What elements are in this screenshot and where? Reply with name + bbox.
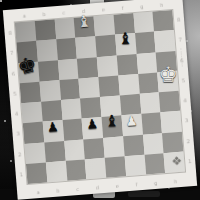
coordinate-label: 7 bbox=[10, 50, 14, 56]
coordinate-label: 6 bbox=[11, 70, 15, 76]
square-b7 bbox=[36, 40, 57, 62]
square-f2 bbox=[123, 134, 144, 156]
square-a1 bbox=[26, 162, 47, 184]
square-c7 bbox=[56, 38, 77, 60]
square-a8 bbox=[15, 21, 36, 43]
square-g8 bbox=[133, 12, 154, 34]
square-f1 bbox=[124, 154, 145, 176]
square-e6 bbox=[97, 55, 118, 77]
square-h5 bbox=[157, 71, 178, 93]
square-f6 bbox=[116, 54, 137, 76]
coordinate-label: f bbox=[135, 181, 137, 187]
square-c5 bbox=[59, 78, 80, 100]
photo-frame: abcdefgh abcdefgh 87654321 87654321 ····… bbox=[0, 0, 200, 200]
square-e5 bbox=[98, 75, 119, 97]
square-a4 bbox=[21, 102, 42, 124]
square-c1 bbox=[65, 159, 86, 181]
coordinate-label: d bbox=[82, 8, 86, 14]
square-e1 bbox=[105, 156, 126, 178]
square-d5 bbox=[79, 77, 100, 99]
square-b1 bbox=[46, 161, 67, 183]
square-d6 bbox=[77, 57, 98, 79]
coordinate-label: c bbox=[76, 186, 79, 192]
square-h6 bbox=[156, 50, 177, 72]
square-b8 bbox=[34, 19, 55, 41]
coordinate-label: 5 bbox=[182, 77, 186, 83]
square-c6 bbox=[57, 58, 78, 80]
square-g2 bbox=[142, 133, 163, 155]
coordinate-label: g bbox=[154, 180, 158, 186]
coordinate-label: h bbox=[160, 2, 164, 8]
coordinate-label: 7 bbox=[178, 37, 182, 43]
square-e7 bbox=[95, 35, 116, 57]
square-f4 bbox=[120, 94, 141, 116]
square-g1 bbox=[144, 153, 165, 175]
dust-speckles bbox=[0, 0, 2, 2]
coordinate-label: 4 bbox=[183, 97, 187, 103]
square-g6 bbox=[136, 52, 157, 74]
square-f3 bbox=[121, 114, 142, 136]
square-d4 bbox=[80, 97, 101, 119]
coordinate-label: 1 bbox=[188, 158, 192, 164]
coordinate-label: c bbox=[62, 9, 65, 15]
square-g4 bbox=[139, 92, 160, 114]
square-b3 bbox=[42, 120, 63, 142]
chess-board: ♝♝♚♚♟♟♝♟ bbox=[15, 10, 185, 184]
square-d1 bbox=[85, 158, 106, 180]
coordinate-label: 3 bbox=[16, 131, 20, 137]
square-d3 bbox=[82, 117, 103, 139]
square-d8 bbox=[74, 16, 95, 38]
square-a3 bbox=[23, 122, 44, 144]
square-e2 bbox=[103, 136, 124, 158]
coordinate-label: b bbox=[56, 187, 60, 193]
square-g5 bbox=[138, 72, 159, 94]
square-d2 bbox=[83, 137, 104, 159]
coordinate-label: d bbox=[96, 184, 100, 190]
background-object-bottom-dark bbox=[128, 191, 160, 197]
square-c8 bbox=[54, 18, 75, 40]
square-g7 bbox=[135, 32, 156, 54]
square-g3 bbox=[141, 113, 162, 135]
square-e8 bbox=[94, 15, 115, 37]
square-a6 bbox=[18, 61, 39, 83]
coordinate-label: 1 bbox=[19, 171, 23, 177]
square-b2 bbox=[44, 140, 65, 162]
coordinate-label: 5 bbox=[13, 90, 17, 96]
brand-logo-icon: ❖ bbox=[171, 154, 183, 169]
coordinate-label: 2 bbox=[18, 151, 22, 157]
square-b5 bbox=[39, 80, 60, 102]
square-h8 bbox=[153, 10, 174, 32]
square-b4 bbox=[41, 100, 62, 122]
coordinate-label: h bbox=[174, 178, 178, 184]
square-h3 bbox=[161, 111, 182, 133]
coordinate-label: b bbox=[42, 11, 46, 17]
square-a2 bbox=[24, 142, 45, 164]
square-e3 bbox=[102, 116, 123, 138]
coordinate-label: f bbox=[122, 5, 124, 11]
coordinate-label: 8 bbox=[8, 30, 12, 36]
square-f7 bbox=[115, 33, 136, 55]
coordinate-label: 4 bbox=[15, 111, 19, 117]
square-e4 bbox=[100, 95, 121, 117]
coordinate-label: 3 bbox=[185, 118, 189, 124]
coordinate-label: e bbox=[102, 6, 106, 12]
square-h7 bbox=[154, 30, 175, 52]
coordinate-label: 2 bbox=[186, 138, 190, 144]
square-c4 bbox=[61, 99, 82, 121]
square-b6 bbox=[38, 60, 59, 82]
square-f8 bbox=[113, 13, 134, 35]
square-a7 bbox=[16, 41, 37, 63]
coordinate-label: a bbox=[22, 13, 26, 19]
coordinate-label: g bbox=[140, 3, 144, 9]
square-a5 bbox=[20, 81, 41, 103]
square-c3 bbox=[62, 119, 83, 141]
coordinate-label: e bbox=[116, 183, 120, 189]
square-d7 bbox=[75, 36, 96, 58]
square-c2 bbox=[64, 139, 85, 161]
square-h4 bbox=[159, 91, 180, 113]
coordinate-label: a bbox=[36, 189, 40, 195]
coordinate-label: 8 bbox=[177, 17, 181, 23]
board-sheet: abcdefgh abcdefgh 87654321 87654321 ····… bbox=[3, 0, 197, 200]
square-h2 bbox=[162, 131, 183, 153]
square-f5 bbox=[118, 74, 139, 96]
